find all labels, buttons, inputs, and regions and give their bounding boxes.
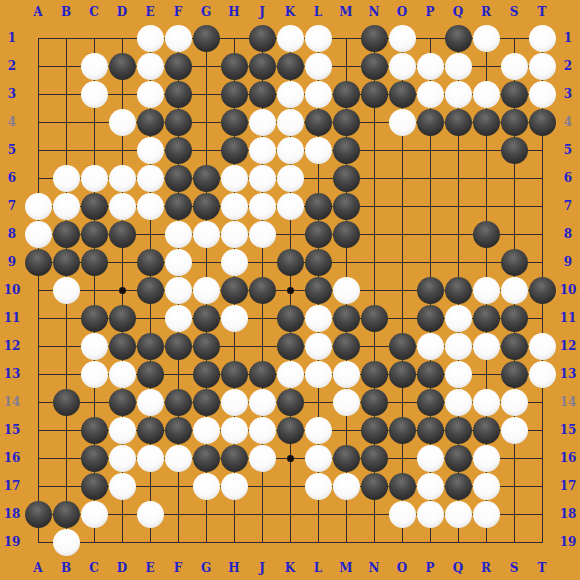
intersection-A3[interactable] (24, 80, 52, 108)
intersection-D2[interactable] (108, 52, 136, 80)
intersection-D17[interactable] (108, 472, 136, 500)
intersection-G19[interactable] (192, 528, 220, 556)
intersection-C3[interactable] (80, 80, 108, 108)
intersection-L2[interactable] (304, 52, 332, 80)
intersection-N1[interactable] (360, 24, 388, 52)
intersection-M18[interactable] (332, 500, 360, 528)
intersection-K3[interactable] (276, 80, 304, 108)
intersection-L16[interactable] (304, 444, 332, 472)
intersection-R17[interactable] (472, 472, 500, 500)
intersection-N16[interactable] (360, 444, 388, 472)
intersection-C4[interactable] (80, 108, 108, 136)
intersection-O3[interactable] (388, 80, 416, 108)
intersection-E5[interactable] (136, 136, 164, 164)
intersection-G10[interactable] (192, 276, 220, 304)
intersection-D3[interactable] (108, 80, 136, 108)
intersection-G12[interactable] (192, 332, 220, 360)
intersection-A11[interactable] (24, 304, 52, 332)
intersection-K16[interactable] (276, 444, 304, 472)
intersection-Q16[interactable] (444, 444, 472, 472)
intersection-L4[interactable] (304, 108, 332, 136)
intersection-O10[interactable] (388, 276, 416, 304)
intersection-L7[interactable] (304, 192, 332, 220)
intersection-T3[interactable] (528, 80, 556, 108)
intersection-D6[interactable] (108, 164, 136, 192)
intersection-F13[interactable] (164, 360, 192, 388)
intersection-Q17[interactable] (444, 472, 472, 500)
intersection-M8[interactable] (332, 220, 360, 248)
intersection-M16[interactable] (332, 444, 360, 472)
intersection-D1[interactable] (108, 24, 136, 52)
intersection-J13[interactable] (248, 360, 276, 388)
intersection-A14[interactable] (24, 388, 52, 416)
intersection-R4[interactable] (472, 108, 500, 136)
intersection-Q19[interactable] (444, 528, 472, 556)
intersection-T17[interactable] (528, 472, 556, 500)
intersection-Q9[interactable] (444, 248, 472, 276)
intersection-S1[interactable] (500, 24, 528, 52)
intersection-R8[interactable] (472, 220, 500, 248)
intersection-F4[interactable] (164, 108, 192, 136)
intersection-J9[interactable] (248, 248, 276, 276)
intersection-Q4[interactable] (444, 108, 472, 136)
intersection-C1[interactable] (80, 24, 108, 52)
intersection-A1[interactable] (24, 24, 52, 52)
intersection-Q1[interactable] (444, 24, 472, 52)
intersection-L1[interactable] (304, 24, 332, 52)
intersection-M5[interactable] (332, 136, 360, 164)
intersection-T12[interactable] (528, 332, 556, 360)
intersection-K8[interactable] (276, 220, 304, 248)
intersection-O4[interactable] (388, 108, 416, 136)
intersection-C14[interactable] (80, 388, 108, 416)
intersection-T13[interactable] (528, 360, 556, 388)
intersection-F7[interactable] (164, 192, 192, 220)
intersection-O16[interactable] (388, 444, 416, 472)
intersection-S7[interactable] (500, 192, 528, 220)
intersection-A16[interactable] (24, 444, 52, 472)
intersection-A17[interactable] (24, 472, 52, 500)
intersection-K12[interactable] (276, 332, 304, 360)
intersection-R15[interactable] (472, 416, 500, 444)
intersection-B11[interactable] (52, 304, 80, 332)
intersection-H9[interactable] (220, 248, 248, 276)
intersection-P2[interactable] (416, 52, 444, 80)
intersection-J1[interactable] (248, 24, 276, 52)
intersection-K9[interactable] (276, 248, 304, 276)
intersection-M4[interactable] (332, 108, 360, 136)
intersection-L11[interactable] (304, 304, 332, 332)
intersection-E11[interactable] (136, 304, 164, 332)
intersection-C5[interactable] (80, 136, 108, 164)
intersection-O14[interactable] (388, 388, 416, 416)
intersection-K14[interactable] (276, 388, 304, 416)
intersection-R6[interactable] (472, 164, 500, 192)
intersection-H6[interactable] (220, 164, 248, 192)
intersection-G11[interactable] (192, 304, 220, 332)
intersection-G15[interactable] (192, 416, 220, 444)
intersection-J6[interactable] (248, 164, 276, 192)
intersection-C19[interactable] (80, 528, 108, 556)
intersection-K1[interactable] (276, 24, 304, 52)
intersection-G1[interactable] (192, 24, 220, 52)
intersection-G17[interactable] (192, 472, 220, 500)
intersection-A10[interactable] (24, 276, 52, 304)
intersection-J3[interactable] (248, 80, 276, 108)
intersection-P11[interactable] (416, 304, 444, 332)
intersection-H14[interactable] (220, 388, 248, 416)
intersection-L17[interactable] (304, 472, 332, 500)
intersection-K7[interactable] (276, 192, 304, 220)
intersection-H8[interactable] (220, 220, 248, 248)
intersection-M12[interactable] (332, 332, 360, 360)
intersection-O6[interactable] (388, 164, 416, 192)
intersection-K18[interactable] (276, 500, 304, 528)
intersection-N13[interactable] (360, 360, 388, 388)
intersection-B4[interactable] (52, 108, 80, 136)
intersection-F1[interactable] (164, 24, 192, 52)
intersection-K15[interactable] (276, 416, 304, 444)
intersection-B17[interactable] (52, 472, 80, 500)
intersection-A5[interactable] (24, 136, 52, 164)
intersection-R14[interactable] (472, 388, 500, 416)
intersection-Q18[interactable] (444, 500, 472, 528)
intersection-T18[interactable] (528, 500, 556, 528)
intersection-G18[interactable] (192, 500, 220, 528)
intersection-N4[interactable] (360, 108, 388, 136)
intersection-F2[interactable] (164, 52, 192, 80)
intersection-S17[interactable] (500, 472, 528, 500)
intersection-P3[interactable] (416, 80, 444, 108)
intersection-E18[interactable] (136, 500, 164, 528)
intersection-D19[interactable] (108, 528, 136, 556)
intersection-P17[interactable] (416, 472, 444, 500)
intersection-F3[interactable] (164, 80, 192, 108)
intersection-E17[interactable] (136, 472, 164, 500)
intersection-A7[interactable] (24, 192, 52, 220)
intersection-H7[interactable] (220, 192, 248, 220)
intersection-P10[interactable] (416, 276, 444, 304)
intersection-C6[interactable] (80, 164, 108, 192)
intersection-L15[interactable] (304, 416, 332, 444)
intersection-J17[interactable] (248, 472, 276, 500)
intersection-P16[interactable] (416, 444, 444, 472)
intersection-P12[interactable] (416, 332, 444, 360)
intersection-O9[interactable] (388, 248, 416, 276)
intersection-N10[interactable] (360, 276, 388, 304)
intersection-J10[interactable] (248, 276, 276, 304)
intersection-T9[interactable] (528, 248, 556, 276)
intersection-O5[interactable] (388, 136, 416, 164)
intersection-L8[interactable] (304, 220, 332, 248)
intersection-B18[interactable] (52, 500, 80, 528)
intersection-Q10[interactable] (444, 276, 472, 304)
intersection-G6[interactable] (192, 164, 220, 192)
intersection-E7[interactable] (136, 192, 164, 220)
intersection-C7[interactable] (80, 192, 108, 220)
intersection-M19[interactable] (332, 528, 360, 556)
intersection-L9[interactable] (304, 248, 332, 276)
intersection-C8[interactable] (80, 220, 108, 248)
intersection-M9[interactable] (332, 248, 360, 276)
intersection-M13[interactable] (332, 360, 360, 388)
intersection-J4[interactable] (248, 108, 276, 136)
intersection-G2[interactable] (192, 52, 220, 80)
intersection-H13[interactable] (220, 360, 248, 388)
intersection-T11[interactable] (528, 304, 556, 332)
intersection-T14[interactable] (528, 388, 556, 416)
intersection-B16[interactable] (52, 444, 80, 472)
intersection-N11[interactable] (360, 304, 388, 332)
intersection-R11[interactable] (472, 304, 500, 332)
intersection-H16[interactable] (220, 444, 248, 472)
intersection-K11[interactable] (276, 304, 304, 332)
intersection-B5[interactable] (52, 136, 80, 164)
intersection-E16[interactable] (136, 444, 164, 472)
intersection-P19[interactable] (416, 528, 444, 556)
intersection-A18[interactable] (24, 500, 52, 528)
intersection-J19[interactable] (248, 528, 276, 556)
intersection-A4[interactable] (24, 108, 52, 136)
intersection-E4[interactable] (136, 108, 164, 136)
intersection-P6[interactable] (416, 164, 444, 192)
intersection-L5[interactable] (304, 136, 332, 164)
intersection-T6[interactable] (528, 164, 556, 192)
intersection-J5[interactable] (248, 136, 276, 164)
intersection-R9[interactable] (472, 248, 500, 276)
intersection-M6[interactable] (332, 164, 360, 192)
intersection-P4[interactable] (416, 108, 444, 136)
intersection-B12[interactable] (52, 332, 80, 360)
intersection-A19[interactable] (24, 528, 52, 556)
intersection-P15[interactable] (416, 416, 444, 444)
intersection-O7[interactable] (388, 192, 416, 220)
intersection-L3[interactable] (304, 80, 332, 108)
intersection-S15[interactable] (500, 416, 528, 444)
intersection-L13[interactable] (304, 360, 332, 388)
intersection-S5[interactable] (500, 136, 528, 164)
intersection-E14[interactable] (136, 388, 164, 416)
intersection-O11[interactable] (388, 304, 416, 332)
intersection-G7[interactable] (192, 192, 220, 220)
intersection-F9[interactable] (164, 248, 192, 276)
intersection-C10[interactable] (80, 276, 108, 304)
intersection-N19[interactable] (360, 528, 388, 556)
intersection-N17[interactable] (360, 472, 388, 500)
intersection-K17[interactable] (276, 472, 304, 500)
intersection-N6[interactable] (360, 164, 388, 192)
intersection-Q11[interactable] (444, 304, 472, 332)
intersection-D9[interactable] (108, 248, 136, 276)
intersection-C16[interactable] (80, 444, 108, 472)
intersection-T10[interactable] (528, 276, 556, 304)
intersection-J12[interactable] (248, 332, 276, 360)
intersection-A12[interactable] (24, 332, 52, 360)
intersection-B13[interactable] (52, 360, 80, 388)
intersection-C18[interactable] (80, 500, 108, 528)
intersection-S13[interactable] (500, 360, 528, 388)
intersection-R10[interactable] (472, 276, 500, 304)
intersection-F12[interactable] (164, 332, 192, 360)
intersection-B6[interactable] (52, 164, 80, 192)
intersection-N18[interactable] (360, 500, 388, 528)
intersection-C11[interactable] (80, 304, 108, 332)
intersection-H5[interactable] (220, 136, 248, 164)
intersection-S4[interactable] (500, 108, 528, 136)
intersection-K19[interactable] (276, 528, 304, 556)
intersection-G8[interactable] (192, 220, 220, 248)
intersection-J7[interactable] (248, 192, 276, 220)
intersection-E10[interactable] (136, 276, 164, 304)
intersection-S19[interactable] (500, 528, 528, 556)
intersection-H12[interactable] (220, 332, 248, 360)
intersection-B14[interactable] (52, 388, 80, 416)
intersection-D8[interactable] (108, 220, 136, 248)
intersection-H3[interactable] (220, 80, 248, 108)
intersection-N15[interactable] (360, 416, 388, 444)
intersection-M3[interactable] (332, 80, 360, 108)
intersection-P7[interactable] (416, 192, 444, 220)
intersection-C12[interactable] (80, 332, 108, 360)
intersection-L19[interactable] (304, 528, 332, 556)
intersection-H4[interactable] (220, 108, 248, 136)
intersection-T8[interactable] (528, 220, 556, 248)
intersection-H17[interactable] (220, 472, 248, 500)
intersection-S6[interactable] (500, 164, 528, 192)
intersection-R3[interactable] (472, 80, 500, 108)
intersection-R13[interactable] (472, 360, 500, 388)
intersection-O17[interactable] (388, 472, 416, 500)
intersection-J14[interactable] (248, 388, 276, 416)
intersection-P1[interactable] (416, 24, 444, 52)
intersection-E2[interactable] (136, 52, 164, 80)
intersection-A15[interactable] (24, 416, 52, 444)
intersection-E6[interactable] (136, 164, 164, 192)
intersection-H1[interactable] (220, 24, 248, 52)
intersection-F6[interactable] (164, 164, 192, 192)
intersection-P14[interactable] (416, 388, 444, 416)
intersection-T4[interactable] (528, 108, 556, 136)
intersection-J11[interactable] (248, 304, 276, 332)
intersection-C2[interactable] (80, 52, 108, 80)
intersection-E13[interactable] (136, 360, 164, 388)
intersection-F16[interactable] (164, 444, 192, 472)
intersection-Q2[interactable] (444, 52, 472, 80)
intersection-K10[interactable] (276, 276, 304, 304)
intersection-O8[interactable] (388, 220, 416, 248)
intersection-G13[interactable] (192, 360, 220, 388)
intersection-R7[interactable] (472, 192, 500, 220)
intersection-D16[interactable] (108, 444, 136, 472)
intersection-O18[interactable] (388, 500, 416, 528)
intersection-T5[interactable] (528, 136, 556, 164)
intersection-Q5[interactable] (444, 136, 472, 164)
intersection-H11[interactable] (220, 304, 248, 332)
intersection-C15[interactable] (80, 416, 108, 444)
intersection-S11[interactable] (500, 304, 528, 332)
intersection-G9[interactable] (192, 248, 220, 276)
intersection-K2[interactable] (276, 52, 304, 80)
intersection-N3[interactable] (360, 80, 388, 108)
intersection-E12[interactable] (136, 332, 164, 360)
intersection-D5[interactable] (108, 136, 136, 164)
intersection-L10[interactable] (304, 276, 332, 304)
intersection-E1[interactable] (136, 24, 164, 52)
intersection-N8[interactable] (360, 220, 388, 248)
intersection-C9[interactable] (80, 248, 108, 276)
intersection-M14[interactable] (332, 388, 360, 416)
intersection-G3[interactable] (192, 80, 220, 108)
intersection-C17[interactable] (80, 472, 108, 500)
intersection-A8[interactable] (24, 220, 52, 248)
intersection-P18[interactable] (416, 500, 444, 528)
intersection-O19[interactable] (388, 528, 416, 556)
intersection-R5[interactable] (472, 136, 500, 164)
intersection-S12[interactable] (500, 332, 528, 360)
intersection-T15[interactable] (528, 416, 556, 444)
intersection-K5[interactable] (276, 136, 304, 164)
intersection-T16[interactable] (528, 444, 556, 472)
intersection-B8[interactable] (52, 220, 80, 248)
intersection-K4[interactable] (276, 108, 304, 136)
intersection-A9[interactable] (24, 248, 52, 276)
intersection-F5[interactable] (164, 136, 192, 164)
intersection-D10[interactable] (108, 276, 136, 304)
intersection-D12[interactable] (108, 332, 136, 360)
intersection-O15[interactable] (388, 416, 416, 444)
intersection-R1[interactable] (472, 24, 500, 52)
intersection-N12[interactable] (360, 332, 388, 360)
intersection-M10[interactable] (332, 276, 360, 304)
intersection-L14[interactable] (304, 388, 332, 416)
intersection-F8[interactable] (164, 220, 192, 248)
intersection-N9[interactable] (360, 248, 388, 276)
intersection-R2[interactable] (472, 52, 500, 80)
intersection-G16[interactable] (192, 444, 220, 472)
intersection-S8[interactable] (500, 220, 528, 248)
intersection-J15[interactable] (248, 416, 276, 444)
intersection-O13[interactable] (388, 360, 416, 388)
intersection-N2[interactable] (360, 52, 388, 80)
intersection-B2[interactable] (52, 52, 80, 80)
intersection-A6[interactable] (24, 164, 52, 192)
intersection-G5[interactable] (192, 136, 220, 164)
intersection-T1[interactable] (528, 24, 556, 52)
intersection-B9[interactable] (52, 248, 80, 276)
intersection-E15[interactable] (136, 416, 164, 444)
intersection-D13[interactable] (108, 360, 136, 388)
intersection-D7[interactable] (108, 192, 136, 220)
intersection-S18[interactable] (500, 500, 528, 528)
intersection-H10[interactable] (220, 276, 248, 304)
intersection-P13[interactable] (416, 360, 444, 388)
intersection-F17[interactable] (164, 472, 192, 500)
intersection-S14[interactable] (500, 388, 528, 416)
intersection-R19[interactable] (472, 528, 500, 556)
intersection-D15[interactable] (108, 416, 136, 444)
intersection-N5[interactable] (360, 136, 388, 164)
intersection-Q3[interactable] (444, 80, 472, 108)
intersection-J2[interactable] (248, 52, 276, 80)
intersection-M2[interactable] (332, 52, 360, 80)
intersection-K6[interactable] (276, 164, 304, 192)
intersection-E19[interactable] (136, 528, 164, 556)
intersection-R12[interactable] (472, 332, 500, 360)
intersection-E8[interactable] (136, 220, 164, 248)
intersection-L6[interactable] (304, 164, 332, 192)
intersection-H18[interactable] (220, 500, 248, 528)
intersection-Q7[interactable] (444, 192, 472, 220)
